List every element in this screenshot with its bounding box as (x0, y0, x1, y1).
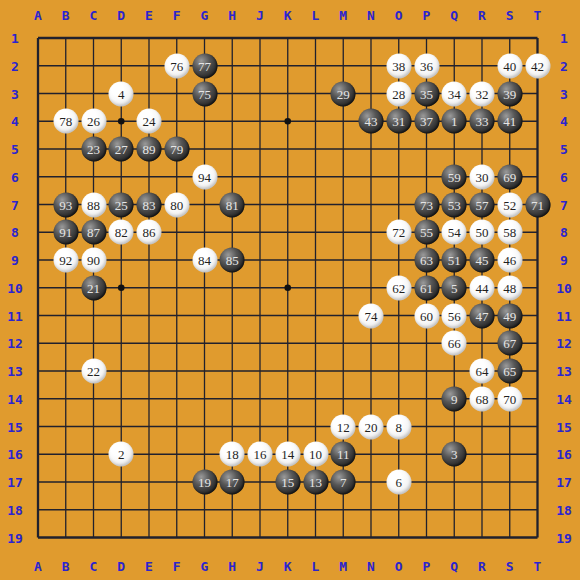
column-label-top: A (34, 9, 42, 22)
go-board[interactable]: AABBCCDDEEFFGGHHJJKKLLMMNNOOPPQQRRSSTT11… (0, 0, 580, 580)
column-label-top: C (90, 9, 98, 22)
column-label-top: D (117, 9, 125, 22)
row-label-left: 3 (11, 87, 19, 100)
column-label-bottom: H (228, 560, 236, 573)
row-label-right: 4 (560, 115, 568, 128)
stone-white-84[interactable]: 84 (192, 248, 217, 273)
stone-white-12[interactable]: 12 (331, 414, 356, 439)
stone-white-38[interactable]: 38 (386, 53, 411, 78)
stone-white-76[interactable]: 76 (164, 53, 189, 78)
stone-white-48[interactable]: 48 (497, 275, 522, 300)
stone-white-40[interactable]: 40 (497, 53, 522, 78)
column-label-bottom: C (90, 560, 98, 573)
row-label-left: 18 (7, 503, 23, 516)
stone-white-22[interactable]: 22 (81, 359, 106, 384)
row-label-left: 12 (7, 337, 23, 350)
row-label-left: 1 (11, 32, 19, 45)
stone-white-4[interactable]: 4 (109, 81, 134, 106)
stone-black-55[interactable]: 55 (414, 220, 439, 245)
column-label-top: K (284, 9, 292, 22)
stone-black-75[interactable]: 75 (192, 81, 217, 106)
stone-white-88[interactable]: 88 (81, 192, 106, 217)
stone-black-3[interactable]: 3 (442, 442, 467, 467)
stone-white-16[interactable]: 16 (248, 442, 273, 467)
stone-white-56[interactable]: 56 (442, 303, 467, 328)
stone-white-10[interactable]: 10 (303, 442, 328, 467)
row-label-left: 16 (7, 448, 23, 461)
stone-white-74[interactable]: 74 (359, 303, 384, 328)
stone-white-6[interactable]: 6 (386, 470, 411, 495)
row-label-right: 9 (560, 254, 568, 267)
stone-white-78[interactable]: 78 (53, 109, 78, 134)
row-label-left: 7 (11, 198, 19, 211)
stone-black-43[interactable]: 43 (359, 109, 384, 134)
stone-black-73[interactable]: 73 (414, 192, 439, 217)
column-label-top: H (228, 9, 236, 22)
stone-white-24[interactable]: 24 (137, 109, 162, 134)
row-label-right: 5 (560, 143, 568, 156)
column-label-bottom: R (478, 560, 486, 573)
column-label-bottom: L (312, 560, 320, 573)
column-label-top: O (395, 9, 403, 22)
column-label-bottom: M (339, 560, 347, 573)
column-label-bottom: F (173, 560, 181, 573)
column-label-top: B (62, 9, 70, 22)
stone-white-54[interactable]: 54 (442, 220, 467, 245)
stone-black-81[interactable]: 81 (220, 192, 245, 217)
column-label-top: N (367, 9, 375, 22)
stone-black-45[interactable]: 45 (470, 248, 495, 273)
row-label-right: 15 (556, 420, 572, 433)
stone-black-11[interactable]: 11 (331, 442, 356, 467)
row-label-left: 17 (7, 476, 23, 489)
column-label-top: R (478, 9, 486, 22)
stone-white-36[interactable]: 36 (414, 53, 439, 78)
row-label-right: 11 (556, 309, 572, 322)
column-label-top: E (145, 9, 153, 22)
stone-white-58[interactable]: 58 (497, 220, 522, 245)
column-label-top: Q (450, 9, 458, 22)
stone-black-65[interactable]: 65 (497, 359, 522, 384)
stone-white-28[interactable]: 28 (386, 81, 411, 106)
stone-white-66[interactable]: 66 (442, 331, 467, 356)
stone-white-86[interactable]: 86 (137, 220, 162, 245)
stone-white-62[interactable]: 62 (386, 275, 411, 300)
stone-white-8[interactable]: 8 (386, 414, 411, 439)
stone-white-30[interactable]: 30 (470, 164, 495, 189)
stone-white-26[interactable]: 26 (81, 109, 106, 134)
stone-white-42[interactable]: 42 (525, 53, 550, 78)
stone-black-93[interactable]: 93 (53, 192, 78, 217)
row-label-right: 2 (560, 59, 568, 72)
stone-black-5[interactable]: 5 (442, 275, 467, 300)
row-label-left: 19 (7, 531, 23, 544)
stone-black-91[interactable]: 91 (53, 220, 78, 245)
row-label-left: 5 (11, 143, 19, 156)
row-label-left: 8 (11, 226, 19, 239)
column-label-bottom: O (395, 560, 403, 573)
stone-black-33[interactable]: 33 (470, 109, 495, 134)
stone-black-25[interactable]: 25 (109, 192, 134, 217)
stone-black-9[interactable]: 9 (442, 386, 467, 411)
stone-black-85[interactable]: 85 (220, 248, 245, 273)
star-point (284, 118, 291, 125)
row-label-left: 9 (11, 254, 19, 267)
stone-black-19[interactable]: 19 (192, 470, 217, 495)
stone-black-51[interactable]: 51 (442, 248, 467, 273)
stone-white-50[interactable]: 50 (470, 220, 495, 245)
row-label-left: 11 (7, 309, 23, 322)
stone-white-90[interactable]: 90 (81, 248, 106, 273)
stone-black-77[interactable]: 77 (192, 53, 217, 78)
stone-white-70[interactable]: 70 (497, 386, 522, 411)
stone-white-68[interactable]: 68 (470, 386, 495, 411)
column-label-bottom: G (201, 560, 209, 573)
star-point (118, 284, 125, 291)
stone-black-71[interactable]: 71 (525, 192, 550, 217)
stone-black-53[interactable]: 53 (442, 192, 467, 217)
column-label-top: L (312, 9, 320, 22)
stone-black-7[interactable]: 7 (331, 470, 356, 495)
stone-black-69[interactable]: 69 (497, 164, 522, 189)
stone-black-47[interactable]: 47 (470, 303, 495, 328)
stone-white-20[interactable]: 20 (359, 414, 384, 439)
column-label-top: P (423, 9, 431, 22)
column-label-top: F (173, 9, 181, 22)
column-label-bottom: N (367, 560, 375, 573)
row-label-right: 10 (556, 281, 572, 294)
row-label-right: 18 (556, 503, 572, 516)
stone-white-44[interactable]: 44 (470, 275, 495, 300)
column-label-top: T (534, 9, 542, 22)
row-label-left: 14 (7, 392, 23, 405)
row-label-right: 16 (556, 448, 572, 461)
star-point (118, 118, 125, 125)
stone-white-46[interactable]: 46 (497, 248, 522, 273)
stone-black-31[interactable]: 31 (386, 109, 411, 134)
row-label-right: 7 (560, 198, 568, 211)
row-label-right: 3 (560, 87, 568, 100)
stone-black-49[interactable]: 49 (497, 303, 522, 328)
column-label-bottom: S (506, 560, 514, 573)
row-label-right: 6 (560, 170, 568, 183)
stone-white-34[interactable]: 34 (442, 81, 467, 106)
stone-black-41[interactable]: 41 (497, 109, 522, 134)
stone-black-15[interactable]: 15 (275, 470, 300, 495)
column-label-top: J (256, 9, 264, 22)
row-label-left: 13 (7, 365, 23, 378)
row-label-right: 19 (556, 531, 572, 544)
stone-white-14[interactable]: 14 (275, 442, 300, 467)
row-label-left: 10 (7, 281, 23, 294)
stone-black-39[interactable]: 39 (497, 81, 522, 106)
stone-black-17[interactable]: 17 (220, 470, 245, 495)
stone-white-80[interactable]: 80 (164, 192, 189, 217)
stone-black-27[interactable]: 27 (109, 137, 134, 162)
stone-white-2[interactable]: 2 (109, 442, 134, 467)
row-label-right: 14 (556, 392, 572, 405)
stone-black-63[interactable]: 63 (414, 248, 439, 273)
star-point (284, 284, 291, 291)
row-label-left: 2 (11, 59, 19, 72)
row-label-right: 13 (556, 365, 572, 378)
column-label-bottom: E (145, 560, 153, 573)
stone-white-94[interactable]: 94 (192, 164, 217, 189)
stone-white-52[interactable]: 52 (497, 192, 522, 217)
stone-black-1[interactable]: 1 (442, 109, 467, 134)
row-label-left: 6 (11, 170, 19, 183)
stone-white-64[interactable]: 64 (470, 359, 495, 384)
row-label-right: 12 (556, 337, 572, 350)
column-label-top: G (201, 9, 209, 22)
column-label-bottom: D (117, 560, 125, 573)
stone-white-92[interactable]: 92 (53, 248, 78, 273)
row-label-left: 4 (11, 115, 19, 128)
column-label-bottom: K (284, 560, 292, 573)
stone-black-21[interactable]: 21 (81, 275, 106, 300)
column-label-top: M (339, 9, 347, 22)
row-label-right: 8 (560, 226, 568, 239)
stone-white-32[interactable]: 32 (470, 81, 495, 106)
column-label-bottom: B (62, 560, 70, 573)
row-label-left: 15 (7, 420, 23, 433)
stone-white-82[interactable]: 82 (109, 220, 134, 245)
stone-white-72[interactable]: 72 (386, 220, 411, 245)
column-label-bottom: P (423, 560, 431, 573)
row-label-right: 1 (560, 32, 568, 45)
stone-black-13[interactable]: 13 (303, 470, 328, 495)
stone-black-35[interactable]: 35 (414, 81, 439, 106)
stone-black-83[interactable]: 83 (137, 192, 162, 217)
stone-white-18[interactable]: 18 (220, 442, 245, 467)
column-label-bottom: A (34, 560, 42, 573)
stone-black-23[interactable]: 23 (81, 137, 106, 162)
stone-black-29[interactable]: 29 (331, 81, 356, 106)
stone-black-87[interactable]: 87 (81, 220, 106, 245)
stone-black-61[interactable]: 61 (414, 275, 439, 300)
stone-white-60[interactable]: 60 (414, 303, 439, 328)
stone-black-67[interactable]: 67 (497, 331, 522, 356)
stone-black-37[interactable]: 37 (414, 109, 439, 134)
column-label-bottom: J (256, 560, 264, 573)
stone-black-79[interactable]: 79 (164, 137, 189, 162)
row-label-right: 17 (556, 476, 572, 489)
column-label-top: S (506, 9, 514, 22)
column-label-bottom: Q (450, 560, 458, 573)
column-label-bottom: T (534, 560, 542, 573)
stone-black-89[interactable]: 89 (137, 137, 162, 162)
stone-black-59[interactable]: 59 (442, 164, 467, 189)
stone-black-57[interactable]: 57 (470, 192, 495, 217)
